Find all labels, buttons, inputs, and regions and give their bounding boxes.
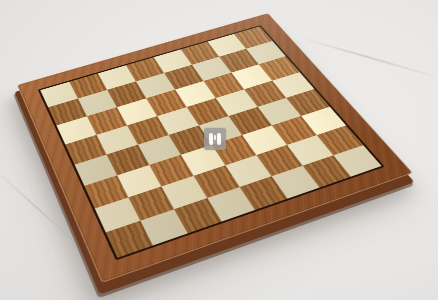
binoculars-icon xyxy=(214,135,216,140)
photo-background xyxy=(0,0,438,300)
binoculars-icon xyxy=(209,133,213,145)
watermark xyxy=(204,128,226,150)
